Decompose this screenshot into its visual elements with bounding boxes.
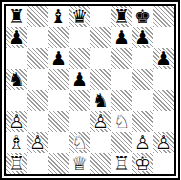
square-h4[interactable] [153, 90, 174, 111]
square-d2[interactable]: ♞♘ [69, 132, 90, 153]
square-b6[interactable] [27, 48, 48, 69]
white-bishop-icon: ♗ [6, 132, 27, 153]
black-pawn-icon: ♟ [111, 27, 132, 48]
square-d4[interactable] [69, 90, 90, 111]
square-d1[interactable]: ♛♕ [69, 153, 90, 174]
white-king-icon: ♔ [132, 153, 153, 174]
square-c2[interactable] [48, 132, 69, 153]
square-f5[interactable] [111, 69, 132, 90]
square-c8[interactable]: ♝♝ [48, 6, 69, 27]
square-b3[interactable] [27, 111, 48, 132]
black-pawn: ♟♟ [48, 48, 69, 69]
black-king-icon: ♚ [132, 6, 153, 27]
square-g7[interactable]: ♟♟ [132, 27, 153, 48]
square-b4[interactable] [27, 90, 48, 111]
square-g6[interactable] [132, 48, 153, 69]
white-pawn: ♟♙ [153, 132, 174, 153]
square-a4[interactable] [6, 90, 27, 111]
square-c7[interactable] [48, 27, 69, 48]
square-c1[interactable] [48, 153, 69, 174]
square-a3[interactable]: ♟♙ [6, 111, 27, 132]
square-b2[interactable]: ♟♙ [27, 132, 48, 153]
square-e8[interactable] [90, 6, 111, 27]
square-g8[interactable]: ♚♚ [132, 6, 153, 27]
black-pawn: ♟♟ [69, 69, 90, 90]
square-c3[interactable] [48, 111, 69, 132]
white-pawn-icon: ♙ [153, 132, 174, 153]
white-pawn-icon: ♙ [132, 132, 153, 153]
square-d7[interactable] [69, 27, 90, 48]
white-king: ♚♔ [132, 153, 153, 174]
square-e3[interactable]: ♟♙ [90, 111, 111, 132]
chess-diagram: ♜♜♝♝♛♛♜♜♚♚♟♟♟♟♟♟♟♟♟♟♞♞♟♟♞♞♟♙♟♙♞♘♝♗♟♙♞♘♟♙… [0, 0, 180, 180]
square-c4[interactable] [48, 90, 69, 111]
square-a2[interactable]: ♝♗ [6, 132, 27, 153]
white-rook: ♜♖ [111, 153, 132, 174]
square-e1[interactable] [90, 153, 111, 174]
square-g5[interactable] [132, 69, 153, 90]
black-pawn-icon: ♟ [48, 48, 69, 69]
white-knight-icon: ♘ [111, 111, 132, 132]
square-h6[interactable]: ♟♟ [153, 48, 174, 69]
square-g3[interactable] [132, 111, 153, 132]
black-rook-icon: ♜ [6, 6, 27, 27]
black-knight: ♞♞ [90, 90, 111, 111]
square-c6[interactable]: ♟♟ [48, 48, 69, 69]
square-h5[interactable] [153, 69, 174, 90]
square-e7[interactable] [90, 27, 111, 48]
black-king: ♚♚ [132, 6, 153, 27]
square-h3[interactable] [153, 111, 174, 132]
white-rook: ♜♖ [6, 153, 27, 174]
white-knight: ♞♘ [69, 132, 90, 153]
square-f1[interactable]: ♜♖ [111, 153, 132, 174]
square-f4[interactable] [111, 90, 132, 111]
square-d6[interactable] [69, 48, 90, 69]
square-f2[interactable] [111, 132, 132, 153]
black-rook: ♜♜ [6, 6, 27, 27]
square-h1[interactable] [153, 153, 174, 174]
white-pawn: ♟♙ [27, 132, 48, 153]
white-pawn: ♟♙ [90, 111, 111, 132]
black-pawn-icon: ♟ [153, 48, 174, 69]
square-h7[interactable] [153, 27, 174, 48]
square-g2[interactable]: ♟♙ [132, 132, 153, 153]
black-queen: ♛♛ [69, 6, 90, 27]
square-a5[interactable]: ♞♞ [6, 69, 27, 90]
square-f6[interactable] [111, 48, 132, 69]
white-queen-icon: ♕ [69, 153, 90, 174]
square-d5[interactable]: ♟♟ [69, 69, 90, 90]
square-c5[interactable] [48, 69, 69, 90]
square-d8[interactable]: ♛♛ [69, 6, 90, 27]
square-a8[interactable]: ♜♜ [6, 6, 27, 27]
black-knight-icon: ♞ [6, 69, 27, 90]
square-a6[interactable] [6, 48, 27, 69]
black-bishop-icon: ♝ [48, 6, 69, 27]
square-f3[interactable]: ♞♘ [111, 111, 132, 132]
black-pawn: ♟♟ [111, 27, 132, 48]
square-h8[interactable] [153, 6, 174, 27]
square-e4[interactable]: ♞♞ [90, 90, 111, 111]
black-bishop: ♝♝ [48, 6, 69, 27]
white-knight: ♞♘ [111, 111, 132, 132]
square-f8[interactable]: ♜♜ [111, 6, 132, 27]
square-e6[interactable] [90, 48, 111, 69]
square-h2[interactable]: ♟♙ [153, 132, 174, 153]
white-pawn-icon: ♙ [90, 111, 111, 132]
white-rook-icon: ♖ [111, 153, 132, 174]
black-rook-icon: ♜ [111, 6, 132, 27]
black-pawn-icon: ♟ [6, 27, 27, 48]
white-queen: ♛♕ [69, 153, 90, 174]
square-b7[interactable] [27, 27, 48, 48]
black-pawn-icon: ♟ [132, 27, 153, 48]
square-b8[interactable] [27, 6, 48, 27]
square-e5[interactable] [90, 69, 111, 90]
square-g4[interactable] [132, 90, 153, 111]
white-pawn: ♟♙ [6, 111, 27, 132]
black-pawn: ♟♟ [153, 48, 174, 69]
white-bishop: ♝♗ [6, 132, 27, 153]
square-a7[interactable]: ♟♟ [6, 27, 27, 48]
black-rook: ♜♜ [111, 6, 132, 27]
white-rook-icon: ♖ [6, 153, 27, 174]
square-e2[interactable] [90, 132, 111, 153]
black-queen-icon: ♛ [69, 6, 90, 27]
square-b5[interactable] [27, 69, 48, 90]
square-f7[interactable]: ♟♟ [111, 27, 132, 48]
black-knight-icon: ♞ [90, 90, 111, 111]
black-pawn: ♟♟ [132, 27, 153, 48]
white-pawn-icon: ♙ [6, 111, 27, 132]
square-d3[interactable] [69, 111, 90, 132]
black-pawn-icon: ♟ [69, 69, 90, 90]
white-knight-icon: ♘ [69, 132, 90, 153]
chess-board: ♜♜♝♝♛♛♜♜♚♚♟♟♟♟♟♟♟♟♟♟♞♞♟♟♞♞♟♙♟♙♞♘♝♗♟♙♞♘♟♙… [4, 4, 176, 176]
white-pawn-icon: ♙ [27, 132, 48, 153]
white-pawn: ♟♙ [132, 132, 153, 153]
square-g1[interactable]: ♚♔ [132, 153, 153, 174]
black-pawn: ♟♟ [6, 27, 27, 48]
square-b1[interactable] [27, 153, 48, 174]
square-a1[interactable]: ♜♖ [6, 153, 27, 174]
black-knight: ♞♞ [6, 69, 27, 90]
